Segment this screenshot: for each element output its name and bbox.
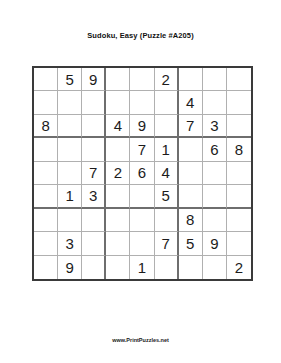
cell-r8c7: 5 bbox=[179, 232, 203, 255]
cell-r3c6 bbox=[155, 115, 179, 138]
cell-r8c8: 9 bbox=[203, 232, 227, 255]
sudoku-grid: 5924849737168726413583759912 bbox=[34, 68, 251, 279]
cell-r9c3 bbox=[82, 256, 106, 279]
puzzle-page: Sudoku, Easy (Puzzle #A205) 592484973716… bbox=[0, 0, 281, 363]
cell-r5c1 bbox=[34, 162, 58, 185]
cell-r4c6: 1 bbox=[155, 138, 179, 161]
cell-r5c3: 7 bbox=[82, 162, 106, 185]
cell-r9c2: 9 bbox=[58, 256, 82, 279]
cell-r2c4 bbox=[106, 91, 130, 114]
cell-r7c9 bbox=[227, 209, 251, 232]
cell-r8c1 bbox=[34, 232, 58, 255]
cell-r6c7 bbox=[179, 185, 203, 208]
cell-r9c8 bbox=[203, 256, 227, 279]
cell-r5c6: 4 bbox=[155, 162, 179, 185]
cell-r4c9: 8 bbox=[227, 138, 251, 161]
cell-r7c6 bbox=[155, 209, 179, 232]
cell-r3c7: 7 bbox=[179, 115, 203, 138]
footer-url: www.PrintPuzzles.net bbox=[0, 337, 281, 343]
cell-r8c5 bbox=[130, 232, 154, 255]
cell-r9c6 bbox=[155, 256, 179, 279]
cell-r5c7 bbox=[179, 162, 203, 185]
cell-r2c7: 4 bbox=[179, 91, 203, 114]
cell-r8c3 bbox=[82, 232, 106, 255]
cell-r6c9 bbox=[227, 185, 251, 208]
cell-r6c8 bbox=[203, 185, 227, 208]
cell-r3c1: 8 bbox=[34, 115, 58, 138]
cell-r4c3 bbox=[82, 138, 106, 161]
cell-r2c2 bbox=[58, 91, 82, 114]
cell-r2c1 bbox=[34, 91, 58, 114]
cell-r2c9 bbox=[227, 91, 251, 114]
cell-r8c4 bbox=[106, 232, 130, 255]
cell-r1c3: 9 bbox=[82, 68, 106, 91]
cell-r7c2 bbox=[58, 209, 82, 232]
cell-r9c5: 1 bbox=[130, 256, 154, 279]
cell-r5c2 bbox=[58, 162, 82, 185]
cell-r1c1 bbox=[34, 68, 58, 91]
cell-r2c8 bbox=[203, 91, 227, 114]
cell-r1c9 bbox=[227, 68, 251, 91]
cell-r4c7 bbox=[179, 138, 203, 161]
cell-r3c9 bbox=[227, 115, 251, 138]
cell-r1c7 bbox=[179, 68, 203, 91]
cell-r1c8 bbox=[203, 68, 227, 91]
cell-r7c5 bbox=[130, 209, 154, 232]
cell-r5c4: 2 bbox=[106, 162, 130, 185]
cell-r7c1 bbox=[34, 209, 58, 232]
cell-r8c6: 7 bbox=[155, 232, 179, 255]
cell-r9c1 bbox=[34, 256, 58, 279]
cell-r2c6 bbox=[155, 91, 179, 114]
cell-r7c4 bbox=[106, 209, 130, 232]
cell-r6c4 bbox=[106, 185, 130, 208]
cell-r4c1 bbox=[34, 138, 58, 161]
cell-r3c5: 9 bbox=[130, 115, 154, 138]
cell-r5c8 bbox=[203, 162, 227, 185]
cell-r4c4 bbox=[106, 138, 130, 161]
cell-r3c3 bbox=[82, 115, 106, 138]
cell-r6c3: 3 bbox=[82, 185, 106, 208]
page-title: Sudoku, Easy (Puzzle #A205) bbox=[0, 31, 281, 40]
cell-r7c7: 8 bbox=[179, 209, 203, 232]
cell-r6c2: 1 bbox=[58, 185, 82, 208]
cell-r2c3 bbox=[82, 91, 106, 114]
cell-r5c5: 6 bbox=[130, 162, 154, 185]
cell-r3c8: 3 bbox=[203, 115, 227, 138]
cell-r3c2 bbox=[58, 115, 82, 138]
cell-r8c2: 3 bbox=[58, 232, 82, 255]
cell-r1c4 bbox=[106, 68, 130, 91]
cell-r4c2 bbox=[58, 138, 82, 161]
cell-r7c8 bbox=[203, 209, 227, 232]
cell-r9c4 bbox=[106, 256, 130, 279]
cell-r7c3 bbox=[82, 209, 106, 232]
cell-r4c5: 7 bbox=[130, 138, 154, 161]
cell-r6c6: 5 bbox=[155, 185, 179, 208]
cell-r5c9 bbox=[227, 162, 251, 185]
cell-r6c1 bbox=[34, 185, 58, 208]
cell-r8c9 bbox=[227, 232, 251, 255]
sudoku-board: 5924849737168726413583759912 bbox=[32, 66, 253, 281]
cell-r4c8: 6 bbox=[203, 138, 227, 161]
cell-r1c6: 2 bbox=[155, 68, 179, 91]
cell-r6c5 bbox=[130, 185, 154, 208]
cell-r2c5 bbox=[130, 91, 154, 114]
cell-r3c4: 4 bbox=[106, 115, 130, 138]
cell-r1c2: 5 bbox=[58, 68, 82, 91]
cell-r1c5 bbox=[130, 68, 154, 91]
cell-r9c9: 2 bbox=[227, 256, 251, 279]
cell-r9c7 bbox=[179, 256, 203, 279]
